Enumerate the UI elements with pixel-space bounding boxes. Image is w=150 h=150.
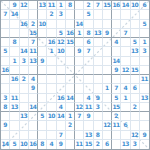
cell-r9c2[interactable]: 16 [10,75,19,84]
cell-r12c8[interactable] [66,103,75,112]
cell-r2c1[interactable]: 7 [1,10,10,19]
cell-r9c9[interactable] [75,75,84,84]
cell-r2c4[interactable] [29,10,38,19]
cell-r3c14[interactable] [121,20,130,29]
cell-r11c6[interactable] [47,94,56,103]
cell-r2c8[interactable] [66,10,75,19]
cell-r12c16[interactable] [140,103,149,112]
cell-r11c5[interactable] [38,94,47,103]
cell-r3c2[interactable] [10,20,19,29]
cell-r9c11[interactable] [94,75,103,84]
cell-r13c9[interactable]: 7 [75,112,84,121]
cell-r15c13[interactable] [112,131,121,140]
cell-r3c5[interactable]: 10 [38,20,47,29]
cell-r2c13[interactable] [112,10,121,19]
cell-r10c12[interactable]: 1 [103,84,112,93]
cell-r4c13[interactable] [112,29,121,38]
cell-r10c13[interactable]: 7 [112,84,121,93]
cell-r4c1[interactable] [1,29,10,38]
cell-r10c6[interactable] [47,84,56,93]
cell-r13c7[interactable]: 14 [57,112,66,121]
cell-r8c10[interactable] [84,66,93,75]
cell-r8c16[interactable] [140,66,149,75]
cell-r7c1[interactable] [1,57,10,66]
cell-r13c14[interactable] [121,112,130,121]
cell-r4c3[interactable] [20,29,29,38]
cell-r3c11[interactable] [94,20,103,29]
cell-r5c13[interactable]: 4 [112,38,121,47]
cell-r2c5[interactable] [38,10,47,19]
cell-r8c5[interactable] [38,66,47,75]
cell-r11c15[interactable] [131,94,140,103]
cell-r13c6[interactable]: 10 [47,112,56,121]
cell-r14c15[interactable] [131,121,140,130]
cell-r3c8[interactable] [66,20,75,29]
cell-r15c10[interactable]: 13 [84,131,93,140]
cell-r11c8[interactable]: 14 [66,94,75,103]
cell-r6c15[interactable]: 13 [131,47,140,56]
cell-r8c13[interactable]: 9 [112,66,121,75]
cell-r1c7[interactable]: 1 [57,1,66,10]
cell-r6c16[interactable]: 3 [140,47,149,56]
cell-r11c16[interactable]: 13 [140,94,149,103]
cell-r8c4[interactable] [29,66,38,75]
cell-r5c16[interactable]: 1 [140,38,149,47]
cell-r12c11[interactable]: 3 [94,103,103,112]
cell-r13c5[interactable]: 5 [38,112,47,121]
cell-r11c9[interactable] [75,94,84,103]
cell-r6c2[interactable] [10,47,19,56]
cell-r6c14[interactable] [121,47,130,56]
cell-r15c6[interactable] [47,131,56,140]
cell-r6c6[interactable]: 1 [47,47,56,56]
cell-r15c9[interactable] [75,131,84,140]
cell-r14c9[interactable] [75,121,84,130]
cell-r13c15[interactable] [131,112,140,121]
cell-r13c1[interactable] [1,112,10,121]
cell-r8c15[interactable]: 15 [131,66,140,75]
cell-r11c2[interactable]: 11 [10,94,19,103]
cell-r5c1[interactable] [1,38,10,47]
cell-r6c10[interactable]: 7 [84,47,93,56]
cell-r8c6[interactable] [47,66,56,75]
cell-r4c14[interactable]: 7 [121,29,130,38]
cell-r14c16[interactable] [140,121,149,130]
cell-r16c4[interactable]: 16 [29,140,38,149]
cell-r7c2[interactable]: 1 [10,57,19,66]
cell-r16c16[interactable] [140,140,149,149]
cell-r3c10[interactable] [84,20,93,29]
cell-r6c13[interactable] [112,47,121,56]
cell-r13c4[interactable] [29,112,38,121]
cell-r10c8[interactable] [66,84,75,93]
cell-r9c8[interactable] [66,75,75,84]
cell-r5c11[interactable] [94,38,103,47]
cell-r1c14[interactable]: 14 [121,1,130,10]
cell-r11c7[interactable]: 16 [57,94,66,103]
cell-r7c13[interactable]: 14 [112,57,121,66]
cell-r14c6[interactable] [47,121,56,130]
cell-r7c11[interactable] [94,57,103,66]
cell-r1c11[interactable]: 7 [94,1,103,10]
cell-r1c12[interactable]: 15 [103,1,112,10]
cell-r7c5[interactable]: 9 [38,57,47,66]
cell-r14c10[interactable] [84,121,93,130]
cell-r8c11[interactable] [94,66,103,75]
cell-r6c12[interactable] [103,47,112,56]
cell-r16c2[interactable]: 5 [10,140,19,149]
cell-r16c14[interactable]: 13 [121,140,130,149]
cell-r13c2[interactable] [10,112,19,121]
cell-r3c12[interactable] [103,20,112,29]
cell-r4c4[interactable]: 15 [29,29,38,38]
cell-r10c11[interactable] [94,84,103,93]
cell-r3c13[interactable] [112,20,121,29]
cell-r16c12[interactable]: 6 [103,140,112,149]
cell-r3c4[interactable]: 2 [29,20,38,29]
cell-r1c13[interactable]: 16 [112,1,121,10]
cell-r7c3[interactable]: 3 [20,57,29,66]
cell-r9c3[interactable]: 2 [20,75,29,84]
cell-r14c5[interactable] [38,121,47,130]
cell-r9c12[interactable] [103,75,112,84]
cell-r1c2[interactable]: 9 [10,1,19,10]
cell-r2c3[interactable] [20,10,29,19]
cell-r11c14[interactable]: 1 [121,94,130,103]
cell-r4c10[interactable]: 8 [84,29,93,38]
cell-r3c7[interactable] [57,20,66,29]
cell-r2c11[interactable] [94,10,103,19]
cell-r8c2[interactable] [10,66,19,75]
cell-r14c2[interactable] [10,121,19,130]
cell-r12c15[interactable]: 2 [131,103,140,112]
cell-r11c1[interactable]: 3 [1,94,10,103]
cell-r1c6[interactable]: 11 [47,1,56,10]
cell-r12c6[interactable] [47,103,56,112]
cell-r2c16[interactable] [140,10,149,19]
cell-r15c4[interactable] [29,131,38,140]
cell-r14c4[interactable] [29,121,38,130]
cell-r2c6[interactable]: 2 [47,10,56,19]
cell-r5c3[interactable] [20,38,29,47]
cell-r14c12[interactable]: 12 [103,121,112,130]
cell-r5c5[interactable] [38,38,47,47]
cell-r4c2[interactable] [10,29,19,38]
cell-r10c3[interactable] [20,84,29,93]
cell-r6c8[interactable] [66,47,75,56]
cell-r12c7[interactable]: 4 [57,103,66,112]
cell-r2c2[interactable]: 14 [10,10,19,19]
cell-r10c4[interactable]: 9 [29,84,38,93]
cell-r9c5[interactable] [38,75,47,84]
cell-r6c1[interactable]: 5 [1,47,10,56]
cell-r11c12[interactable] [103,94,112,103]
cell-r11c11[interactable]: 9 [94,94,103,103]
cell-r15c5[interactable] [38,131,47,140]
cell-r5c6[interactable]: 16 [47,38,56,47]
cell-r7c15[interactable] [131,57,140,66]
cell-r13c11[interactable] [94,112,103,121]
cell-r16c1[interactable]: 14 [1,140,10,149]
cell-r12c3[interactable] [20,103,29,112]
cell-r9c16[interactable]: 11 [140,75,149,84]
cell-r12c10[interactable]: 11 [84,103,93,112]
cell-r9c10[interactable] [84,75,93,84]
cell-r9c1[interactable] [1,75,10,84]
cell-r7c7[interactable] [57,57,66,66]
cell-r3c3[interactable]: 16 [20,20,29,29]
cell-r12c4[interactable]: 14 [29,103,38,112]
cell-r13c16[interactable] [140,112,149,121]
cell-r10c16[interactable] [140,84,149,93]
cell-r7c10[interactable] [84,57,93,66]
cell-r11c3[interactable] [20,94,29,103]
cell-r7c4[interactable]: 13 [29,57,38,66]
cell-r14c13[interactable]: 11 [112,121,121,130]
cell-r12c1[interactable]: 8 [1,103,10,112]
cell-r16c11[interactable]: 2 [94,140,103,149]
cell-r5c12[interactable] [103,38,112,47]
cell-r14c14[interactable]: 6 [121,121,130,130]
cell-r16c15[interactable]: 3 [131,140,140,149]
cell-r2c10[interactable]: 5 [84,10,93,19]
cell-r16c6[interactable]: 4 [47,140,56,149]
cell-r9c15[interactable] [131,75,140,84]
cell-r15c12[interactable] [103,131,112,140]
cell-r15c1[interactable] [1,131,10,140]
cell-r11c10[interactable]: 4 [84,94,93,103]
cell-r15c14[interactable] [121,131,130,140]
cell-r4c9[interactable]: 1 [75,29,84,38]
cell-r8c8[interactable] [66,66,75,75]
cell-r4c6[interactable] [47,29,56,38]
cell-r10c7[interactable] [57,84,66,93]
cell-r15c8[interactable] [66,131,75,140]
cell-r7c6[interactable] [47,57,56,66]
cell-r10c14[interactable]: 4 [121,84,130,93]
cell-r7c9[interactable] [75,57,84,66]
cell-r16c3[interactable]: 10 [20,140,29,149]
cell-r3c9[interactable]: 14 [75,20,84,29]
cell-r5c14[interactable] [121,38,130,47]
cell-r12c14[interactable] [121,103,130,112]
cell-r14c3[interactable] [20,121,29,130]
cell-r9c6[interactable] [47,75,56,84]
cell-r9c14[interactable] [121,75,130,84]
cell-r1c8[interactable]: 8 [66,1,75,10]
cell-r16c7[interactable]: 9 [57,140,66,149]
cell-r5c10[interactable]: 6 [84,38,93,47]
cell-r8c7[interactable] [57,66,66,75]
cell-r1c10[interactable]: 2 [84,1,93,10]
cell-r2c7[interactable]: 3 [57,10,66,19]
cell-r9c7[interactable] [57,75,66,84]
cell-r14c11[interactable] [94,121,103,130]
cell-r15c15[interactable]: 12 [131,131,140,140]
cell-r5c15[interactable]: 5 [131,38,140,47]
cell-r1c3[interactable]: 12 [20,1,29,10]
cell-r12c9[interactable]: 12 [75,103,84,112]
cell-r5c8[interactable]: 15 [66,38,75,47]
cell-r5c4[interactable]: 7 [29,38,38,47]
cell-r6c9[interactable]: 9 [75,47,84,56]
cell-r13c3[interactable]: 13 [20,112,29,121]
cell-r1c15[interactable]: 10 [131,1,140,10]
cell-r1c16[interactable]: 6 [140,1,149,10]
cell-r7c12[interactable] [103,57,112,66]
cell-r14c8[interactable]: 2 [66,121,75,130]
cell-r3c6[interactable] [47,20,56,29]
cell-r12c13[interactable]: 15 [112,103,121,112]
cell-r11c13[interactable]: 5 [112,94,121,103]
cell-r8c1[interactable]: 16 [1,66,10,75]
cell-r8c12[interactable] [103,66,112,75]
cell-r10c15[interactable]: 6 [131,84,140,93]
cell-r12c2[interactable]: 13 [10,103,19,112]
cell-r4c5[interactable] [38,29,47,38]
cell-r10c10[interactable] [84,84,93,93]
cell-r4c12[interactable]: 9 [103,29,112,38]
cell-r7c8[interactable] [66,57,75,66]
cell-r5c9[interactable] [75,38,84,47]
cell-r14c7[interactable] [57,121,66,130]
cell-r11c4[interactable] [29,94,38,103]
cell-r2c12[interactable] [103,10,112,19]
cell-r10c2[interactable] [10,84,19,93]
cell-r13c8[interactable]: 1 [66,112,75,121]
cell-r8c14[interactable]: 12 [121,66,130,75]
cell-r2c15[interactable] [131,10,140,19]
cell-r15c2[interactable] [10,131,19,140]
cell-r8c9[interactable] [75,66,84,75]
cell-r4c8[interactable]: 16 [66,29,75,38]
cell-r5c7[interactable]: 12 [57,38,66,47]
cell-r3c16[interactable]: 5 [140,20,149,29]
cell-r1c4[interactable] [29,1,38,10]
cell-r15c16[interactable]: 9 [140,131,149,140]
cell-r2c14[interactable] [121,10,130,19]
cell-r3c15[interactable] [131,20,140,29]
cell-r6c4[interactable]: 11 [29,47,38,56]
cell-r1c1[interactable] [1,1,10,10]
cell-r5c2[interactable]: 8 [10,38,19,47]
cell-r1c9[interactable] [75,1,84,10]
cell-r9c13[interactable] [112,75,121,84]
cell-r4c16[interactable] [140,29,149,38]
cell-r13c12[interactable] [103,112,112,121]
cell-r4c7[interactable]: 5 [57,29,66,38]
cell-r12c12[interactable] [103,103,112,112]
cell-r6c11[interactable] [94,47,103,56]
cell-r13c10[interactable]: 9 [84,112,93,121]
cell-r4c15[interactable] [131,29,140,38]
cell-r7c16[interactable] [140,57,149,66]
cell-r13c13[interactable]: 2 [112,112,121,121]
cell-r6c5[interactable] [38,47,47,56]
cell-r16c10[interactable]: 15 [84,140,93,149]
cell-r2c9[interactable] [75,10,84,19]
cell-r16c8[interactable] [66,140,75,149]
cell-r15c7[interactable]: 7 [57,131,66,140]
cell-r16c9[interactable]: 11 [75,140,84,149]
cell-r16c13[interactable] [112,140,121,149]
cell-r10c5[interactable] [38,84,47,93]
sudoku-board: 9121311182715161410671423516210145155161… [0,0,150,150]
cell-r16c5[interactable]: 8 [38,140,47,149]
cell-r15c3[interactable] [20,131,29,140]
cell-r14c1[interactable]: 9 [1,121,10,130]
cell-r7c14[interactable] [121,57,130,66]
cell-r10c1[interactable] [1,84,10,93]
cell-r6c3[interactable]: 14 [20,47,29,56]
cell-r9c4[interactable]: 4 [29,75,38,84]
cell-r6c7[interactable]: 10 [57,47,66,56]
cell-r15c11[interactable]: 8 [94,131,103,140]
cell-r12c5[interactable] [38,103,47,112]
cell-r3c1[interactable] [1,20,10,29]
cell-r1c5[interactable]: 13 [38,1,47,10]
cell-r8c3[interactable] [20,66,29,75]
cell-r10c9[interactable] [75,84,84,93]
cell-r4c11[interactable]: 13 [94,29,103,38]
